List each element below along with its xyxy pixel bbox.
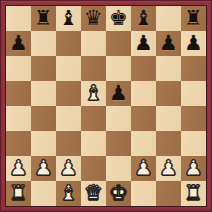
square-d5[interactable]: ♝ [81,81,106,106]
piece-black-pawn[interactable]: ♟ [184,31,203,56]
square-h7[interactable]: ♟ [181,31,206,56]
square-a3[interactable] [6,131,31,156]
square-h1[interactable]: ♜ [181,181,206,206]
square-h2[interactable]: ♟ [181,156,206,181]
square-d6[interactable] [81,56,106,81]
piece-white-pawn[interactable]: ♟ [134,156,153,181]
piece-white-pawn[interactable]: ♟ [159,156,178,181]
square-e5[interactable]: ♟ [106,81,131,106]
square-a6[interactable] [6,56,31,81]
piece-black-rook[interactable]: ♜ [34,6,53,31]
square-g6[interactable] [156,56,181,81]
square-a5[interactable] [6,81,31,106]
piece-black-pawn[interactable]: ♟ [109,81,128,106]
square-e4[interactable] [106,106,131,131]
piece-black-pawn[interactable]: ♟ [134,31,153,56]
square-a4[interactable] [6,106,31,131]
square-g4[interactable] [156,106,181,131]
square-d8[interactable]: ♛ [81,6,106,31]
piece-white-rook[interactable]: ♜ [184,181,203,206]
square-d1[interactable]: ♛ [81,181,106,206]
square-f3[interactable] [131,131,156,156]
square-b2[interactable]: ♟ [31,156,56,181]
square-c3[interactable] [56,131,81,156]
square-c4[interactable] [56,106,81,131]
piece-black-rook[interactable]: ♜ [184,6,203,31]
square-b7[interactable] [31,31,56,56]
square-c7[interactable] [56,31,81,56]
piece-black-pawn[interactable]: ♟ [9,31,28,56]
square-f8[interactable]: ♝ [131,6,156,31]
square-e6[interactable] [106,56,131,81]
piece-white-pawn[interactable]: ♟ [9,156,28,181]
square-b3[interactable] [31,131,56,156]
piece-white-pawn[interactable]: ♟ [59,156,78,181]
piece-white-rook[interactable]: ♜ [9,181,28,206]
square-g2[interactable]: ♟ [156,156,181,181]
square-b5[interactable] [31,81,56,106]
board: ♜♝♛♚♝♜♟♟♟♟♝♟♟♟♟♟♟♟♜♝♛♚♜ [6,6,206,206]
square-b4[interactable] [31,106,56,131]
piece-white-bishop[interactable]: ♝ [59,181,78,206]
square-a1[interactable]: ♜ [6,181,31,206]
square-c1[interactable]: ♝ [56,181,81,206]
piece-white-queen[interactable]: ♛ [84,181,103,206]
square-c2[interactable]: ♟ [56,156,81,181]
square-d7[interactable] [81,31,106,56]
square-e2[interactable] [106,156,131,181]
square-h4[interactable] [181,106,206,131]
square-e1[interactable]: ♚ [106,181,131,206]
square-c5[interactable] [56,81,81,106]
square-c6[interactable] [56,56,81,81]
square-h6[interactable] [181,56,206,81]
square-e3[interactable] [106,131,131,156]
square-e7[interactable] [106,31,131,56]
piece-white-pawn[interactable]: ♟ [34,156,53,181]
square-b1[interactable] [31,181,56,206]
square-b8[interactable]: ♜ [31,6,56,31]
square-e8[interactable]: ♚ [106,6,131,31]
square-f5[interactable] [131,81,156,106]
square-f2[interactable]: ♟ [131,156,156,181]
square-d2[interactable] [81,156,106,181]
square-c8[interactable]: ♝ [56,6,81,31]
square-h8[interactable]: ♜ [181,6,206,31]
square-g7[interactable]: ♟ [156,31,181,56]
piece-black-king[interactable]: ♚ [109,6,128,31]
square-f1[interactable] [131,181,156,206]
piece-black-bishop[interactable]: ♝ [59,6,78,31]
piece-black-pawn[interactable]: ♟ [159,31,178,56]
square-d3[interactable] [81,131,106,156]
square-a7[interactable]: ♟ [6,31,31,56]
square-g5[interactable] [156,81,181,106]
board-frame: ♜♝♛♚♝♜♟♟♟♟♝♟♟♟♟♟♟♟♜♝♛♚♜ [0,0,212,212]
square-f6[interactable] [131,56,156,81]
square-f4[interactable] [131,106,156,131]
square-b6[interactable] [31,56,56,81]
square-h5[interactable] [181,81,206,106]
square-a2[interactable]: ♟ [6,156,31,181]
square-d4[interactable] [81,106,106,131]
square-g3[interactable] [156,131,181,156]
square-f7[interactable]: ♟ [131,31,156,56]
piece-white-bishop[interactable]: ♝ [84,81,103,106]
square-a8[interactable] [6,6,31,31]
piece-white-king[interactable]: ♚ [109,181,128,206]
square-g8[interactable] [156,6,181,31]
piece-black-bishop[interactable]: ♝ [134,6,153,31]
piece-white-pawn[interactable]: ♟ [184,156,203,181]
square-g1[interactable] [156,181,181,206]
square-h3[interactable] [181,131,206,156]
piece-black-queen[interactable]: ♛ [84,6,103,31]
